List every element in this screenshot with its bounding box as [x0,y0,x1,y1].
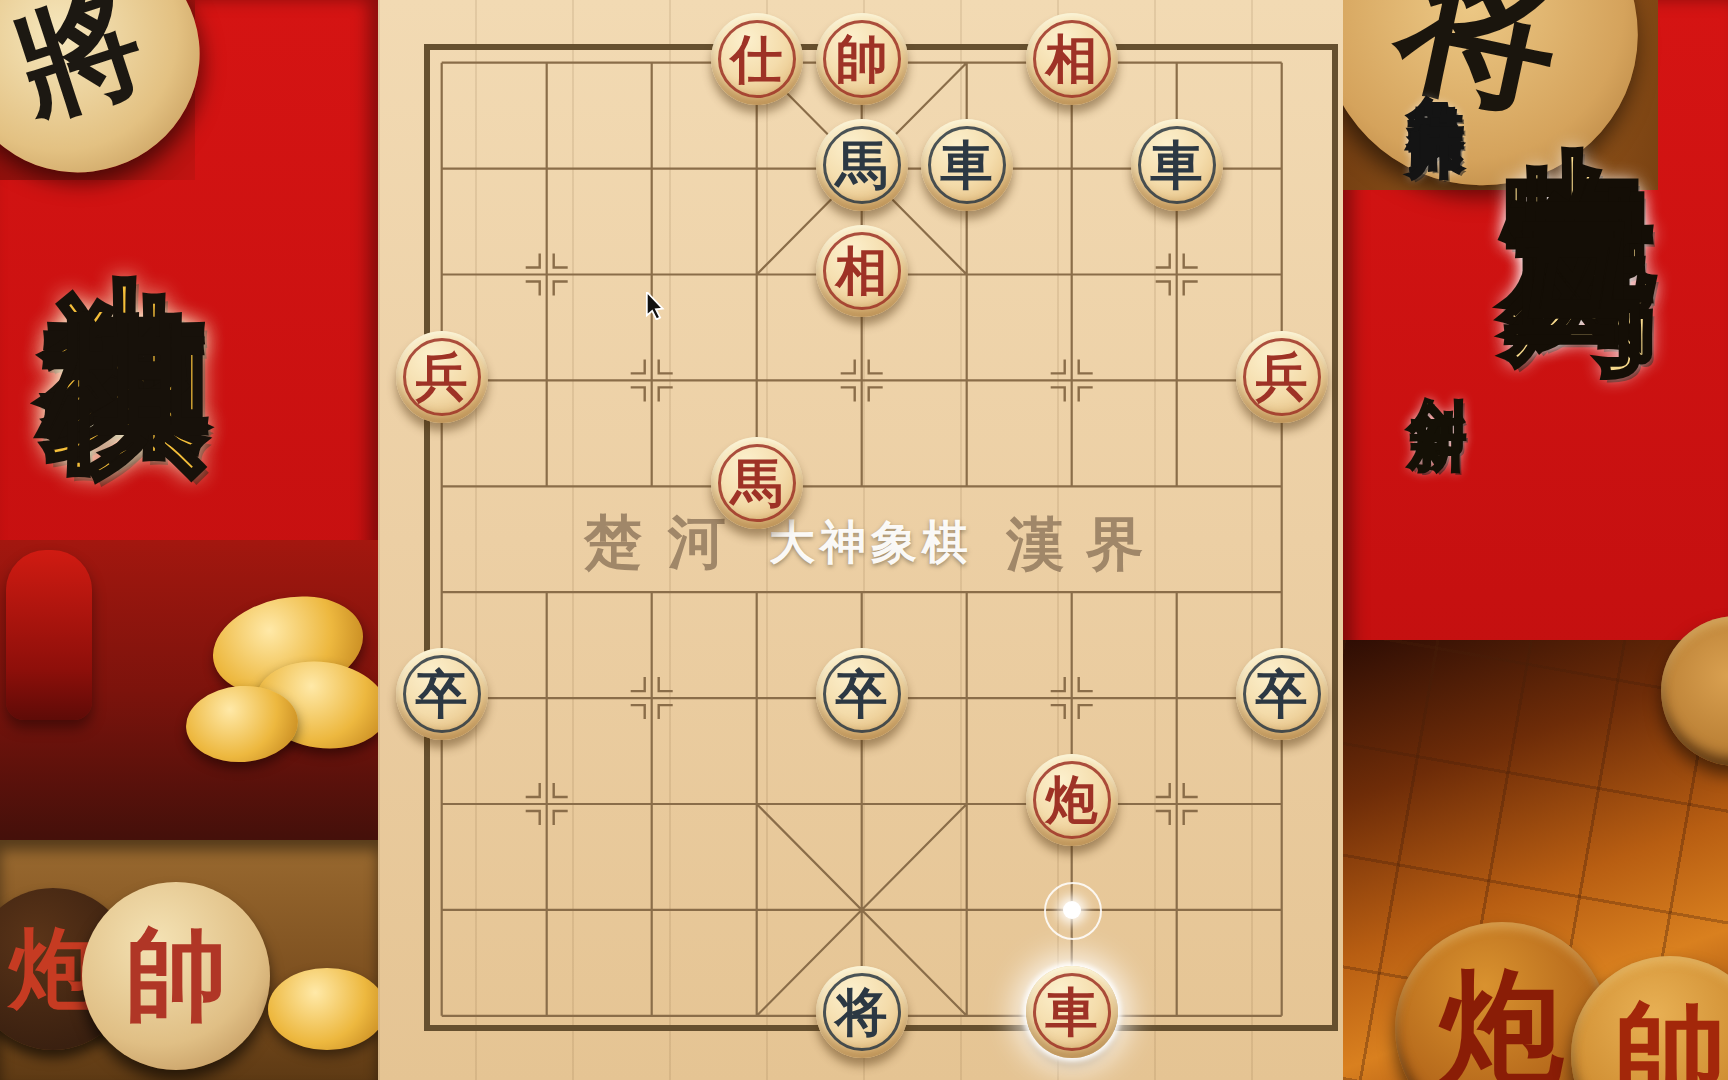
piece-black-general[interactable]: 将 [816,966,908,1058]
piece-black-soldier[interactable]: 卒 [396,648,488,740]
piece-black-soldier[interactable]: 卒 [816,648,908,740]
piece-glyph: 相 [1046,25,1098,95]
piece-glyph: 車 [1046,978,1098,1048]
piece-glyph: 馬 [836,131,888,201]
piece-black-horse[interactable]: 馬 [816,119,908,211]
last-move-indicator [1063,901,1081,919]
gold-ingot [268,968,378,1050]
piece-glyph: 仕 [731,25,783,95]
piece-red-elephant[interactable]: 相 [1026,13,1118,105]
piece-glyph: 馬 [731,449,783,519]
piece-red-soldier[interactable]: 兵 [1236,331,1328,423]
piece-glyph: 卒 [836,660,888,730]
piece-glyph: 車 [941,131,993,201]
piece-black-chariot[interactable]: 車 [921,119,1013,211]
mouse-cursor [645,292,665,324]
video-frame: 將 大神象棋 炮 帥 楚河 漢界 大神象棋 仕帥相馬車車相兵兵馬卒卒卒炮将車 [0,0,1728,1080]
right-panel-subtitle: 象棋大师 [1409,52,1465,92]
photo-piece-glyph: 帥 [1614,980,1726,1080]
piece-glyph: 卒 [1256,660,1308,730]
piece-glyph: 兵 [416,343,468,413]
photo-piece-glyph: 炮 [1440,946,1564,1080]
piece-glyph: 相 [836,237,888,307]
piece-red-elephant[interactable]: 相 [816,225,908,317]
right-bottom-photo: 炮 帥 [1343,640,1728,1080]
piece-black-chariot[interactable]: 車 [1131,119,1223,211]
left-panel-title: 大神象棋 [44,140,212,188]
left-decor-panel: 將 大神象棋 炮 帥 [0,0,378,1080]
left-bottom-photo: 炮 帥 [0,540,378,1080]
piece-glyph: 炮 [1046,766,1098,836]
right-panel-subtitle2: 创新 [1409,352,1467,376]
photo-piece-glyph: 將 [0,0,163,153]
piece-red-horse[interactable]: 馬 [711,437,803,529]
piece-glyph: 車 [1151,131,1203,201]
xiangqi-board[interactable]: 楚河 漢界 大神象棋 仕帥相馬車車相兵兵馬卒卒卒炮将車 [378,0,1343,1080]
pieces-layer: 仕帥相馬車車相兵兵馬卒卒卒炮将車 [389,10,1334,1069]
piece-black-soldier[interactable]: 卒 [1236,648,1328,740]
tassel-decor [6,550,92,720]
piece-red-cannon[interactable]: 炮 [1026,754,1118,846]
piece-glyph: 帥 [836,25,888,95]
piece-red-general[interactable]: 帥 [816,13,908,105]
piece-glyph: 将 [836,978,888,1048]
right-decor-panel: 将 象棋大师 创新 中炮对屏风马 炮 帥 [1343,0,1728,1080]
piece-glyph: 卒 [416,660,468,730]
piece-red-chariot[interactable]: 車 [1026,966,1118,1058]
photo-piece-blank [1661,616,1728,766]
piece-red-soldier[interactable]: 兵 [396,331,488,423]
photo-piece-shuai: 帥 [82,882,270,1070]
piece-glyph: 兵 [1256,343,1308,413]
right-panel-title: 中炮对屏风马 [1505,24,1657,144]
photo-piece-glyph: 帥 [125,908,227,1045]
piece-red-advisor[interactable]: 仕 [711,13,803,105]
